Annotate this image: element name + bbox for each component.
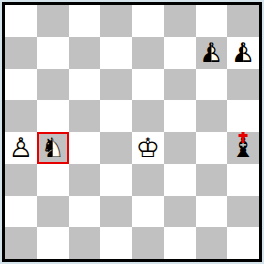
neutral-pawn[interactable]: ♟♙♟ xyxy=(227,37,259,69)
square-e2[interactable] xyxy=(132,196,164,228)
square-e6[interactable] xyxy=(132,69,164,101)
square-h8[interactable] xyxy=(227,5,259,37)
square-c3[interactable] xyxy=(69,164,101,196)
square-g1[interactable] xyxy=(196,227,228,259)
square-e4[interactable]: ♚♔ xyxy=(132,132,164,164)
square-b8[interactable] xyxy=(37,5,69,37)
square-a2[interactable] xyxy=(5,196,37,228)
square-a5[interactable] xyxy=(5,100,37,132)
square-h5[interactable] xyxy=(227,100,259,132)
square-c5[interactable] xyxy=(69,100,101,132)
square-a8[interactable] xyxy=(5,5,37,37)
square-g2[interactable] xyxy=(196,196,228,228)
square-a3[interactable] xyxy=(5,164,37,196)
square-h3[interactable] xyxy=(227,164,259,196)
square-f6[interactable] xyxy=(164,69,196,101)
square-c2[interactable] xyxy=(69,196,101,228)
square-e3[interactable] xyxy=(132,164,164,196)
square-d7[interactable] xyxy=(100,37,132,69)
square-b4[interactable]: ♞♘♞ xyxy=(37,132,69,164)
square-g5[interactable] xyxy=(196,100,228,132)
square-d4[interactable] xyxy=(100,132,132,164)
square-b2[interactable] xyxy=(37,196,69,228)
square-a7[interactable] xyxy=(5,37,37,69)
square-a1[interactable] xyxy=(5,227,37,259)
square-f3[interactable] xyxy=(164,164,196,196)
white-king[interactable]: ♚♔ xyxy=(132,132,164,164)
black-bishop[interactable]: ♝ xyxy=(227,132,259,164)
square-d1[interactable] xyxy=(100,227,132,259)
square-f1[interactable] xyxy=(164,227,196,259)
red-crown-icon xyxy=(239,132,248,143)
square-g6[interactable] xyxy=(196,69,228,101)
square-d3[interactable] xyxy=(100,164,132,196)
square-h1[interactable] xyxy=(227,227,259,259)
square-f2[interactable] xyxy=(164,196,196,228)
square-h7[interactable]: ♟♙♟ xyxy=(227,37,259,69)
neutral-pawn[interactable]: ♟♙♟ xyxy=(196,37,228,69)
square-e7[interactable] xyxy=(132,37,164,69)
square-b3[interactable] xyxy=(37,164,69,196)
square-b7[interactable] xyxy=(37,37,69,69)
square-d2[interactable] xyxy=(100,196,132,228)
square-h4[interactable]: ♝ xyxy=(227,132,259,164)
square-a4[interactable]: ♟♙ xyxy=(5,132,37,164)
square-g7[interactable]: ♟♙♟ xyxy=(196,37,228,69)
square-h6[interactable] xyxy=(227,69,259,101)
chess-diagram: ♟♙♟♟♙♟♟♙♞♘♞♚♔♝ xyxy=(0,0,264,264)
square-g8[interactable] xyxy=(196,5,228,37)
square-f5[interactable] xyxy=(164,100,196,132)
square-h2[interactable] xyxy=(227,196,259,228)
square-e8[interactable] xyxy=(132,5,164,37)
neutral-knight[interactable]: ♞♘♞ xyxy=(37,132,69,164)
square-b1[interactable] xyxy=(37,227,69,259)
square-c8[interactable] xyxy=(69,5,101,37)
square-c4[interactable] xyxy=(69,132,101,164)
square-a6[interactable] xyxy=(5,69,37,101)
square-f4[interactable] xyxy=(164,132,196,164)
square-c6[interactable] xyxy=(69,69,101,101)
square-f8[interactable] xyxy=(164,5,196,37)
square-b5[interactable] xyxy=(37,100,69,132)
square-c7[interactable] xyxy=(69,37,101,69)
square-d8[interactable] xyxy=(100,5,132,37)
square-e1[interactable] xyxy=(132,227,164,259)
square-d5[interactable] xyxy=(100,100,132,132)
square-f7[interactable] xyxy=(164,37,196,69)
square-b6[interactable] xyxy=(37,69,69,101)
chessboard: ♟♙♟♟♙♟♟♙♞♘♞♚♔♝ xyxy=(2,2,262,262)
square-c1[interactable] xyxy=(69,227,101,259)
square-g4[interactable] xyxy=(196,132,228,164)
square-d6[interactable] xyxy=(100,69,132,101)
square-g3[interactable] xyxy=(196,164,228,196)
square-e5[interactable] xyxy=(132,100,164,132)
white-pawn[interactable]: ♟♙ xyxy=(5,132,37,164)
